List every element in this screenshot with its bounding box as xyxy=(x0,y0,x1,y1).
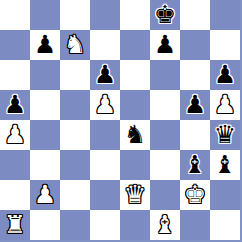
square-c3[interactable] xyxy=(60,150,90,180)
square-e1[interactable] xyxy=(120,210,150,240)
square-d3[interactable] xyxy=(90,150,120,180)
square-f7[interactable]: ♟ xyxy=(150,30,180,60)
square-h1[interactable] xyxy=(210,210,240,240)
white-pawn[interactable]: ♟ xyxy=(4,120,26,150)
square-h6[interactable]: ♟ xyxy=(210,60,240,90)
white-king[interactable]: ♚ xyxy=(184,180,206,210)
square-a3[interactable] xyxy=(0,150,30,180)
chess-board-frame: ♚♟♞♟♟♟♟♟♟♟♟♞♛♝♝♟♛♚♜♝ xyxy=(0,0,242,242)
square-a1[interactable]: ♜ xyxy=(0,210,30,240)
square-h8[interactable] xyxy=(210,0,240,30)
square-f5[interactable] xyxy=(150,90,180,120)
chess-board: ♚♟♞♟♟♟♟♟♟♟♟♞♛♝♝♟♛♚♜♝ xyxy=(0,0,240,240)
square-g5[interactable]: ♟ xyxy=(180,90,210,120)
square-a6[interactable] xyxy=(0,60,30,90)
square-b7[interactable]: ♟ xyxy=(30,30,60,60)
black-pawn[interactable]: ♟ xyxy=(94,60,116,90)
square-f2[interactable] xyxy=(150,180,180,210)
black-knight[interactable]: ♞ xyxy=(124,120,146,150)
square-a2[interactable] xyxy=(0,180,30,210)
black-bishop[interactable]: ♝ xyxy=(184,150,206,180)
black-pawn[interactable]: ♟ xyxy=(214,60,236,90)
square-f3[interactable] xyxy=(150,150,180,180)
square-d8[interactable] xyxy=(90,0,120,30)
square-b1[interactable] xyxy=(30,210,60,240)
square-c5[interactable] xyxy=(60,90,90,120)
square-e4[interactable]: ♞ xyxy=(120,120,150,150)
white-bishop[interactable]: ♝ xyxy=(154,210,176,240)
square-c4[interactable] xyxy=(60,120,90,150)
square-h5[interactable]: ♟ xyxy=(210,90,240,120)
square-h4[interactable]: ♛ xyxy=(210,120,240,150)
square-g4[interactable] xyxy=(180,120,210,150)
square-e2[interactable]: ♛ xyxy=(120,180,150,210)
square-e7[interactable] xyxy=(120,30,150,60)
square-c8[interactable] xyxy=(60,0,90,30)
white-queen[interactable]: ♛ xyxy=(124,180,146,210)
white-pawn[interactable]: ♟ xyxy=(214,90,236,120)
square-g6[interactable] xyxy=(180,60,210,90)
square-b2[interactable]: ♟ xyxy=(30,180,60,210)
black-king[interactable]: ♚ xyxy=(154,0,176,30)
square-d6[interactable]: ♟ xyxy=(90,60,120,90)
black-bishop[interactable]: ♝ xyxy=(214,150,236,180)
square-d4[interactable] xyxy=(90,120,120,150)
square-g2[interactable]: ♚ xyxy=(180,180,210,210)
square-f1[interactable]: ♝ xyxy=(150,210,180,240)
square-g7[interactable] xyxy=(180,30,210,60)
square-d1[interactable] xyxy=(90,210,120,240)
square-d5[interactable]: ♟ xyxy=(90,90,120,120)
square-g8[interactable] xyxy=(180,0,210,30)
square-e5[interactable] xyxy=(120,90,150,120)
square-b8[interactable] xyxy=(30,0,60,30)
square-f6[interactable] xyxy=(150,60,180,90)
square-c2[interactable] xyxy=(60,180,90,210)
black-queen[interactable]: ♛ xyxy=(214,120,236,150)
square-c7[interactable]: ♞ xyxy=(60,30,90,60)
square-a8[interactable] xyxy=(0,0,30,30)
square-e6[interactable] xyxy=(120,60,150,90)
square-d7[interactable] xyxy=(90,30,120,60)
black-pawn[interactable]: ♟ xyxy=(4,90,26,120)
square-e8[interactable] xyxy=(120,0,150,30)
square-a4[interactable]: ♟ xyxy=(0,120,30,150)
square-f4[interactable] xyxy=(150,120,180,150)
square-f8[interactable]: ♚ xyxy=(150,0,180,30)
square-c6[interactable] xyxy=(60,60,90,90)
square-d2[interactable] xyxy=(90,180,120,210)
square-b3[interactable] xyxy=(30,150,60,180)
white-pawn[interactable]: ♟ xyxy=(94,90,116,120)
black-pawn[interactable]: ♟ xyxy=(154,30,176,60)
square-b6[interactable] xyxy=(30,60,60,90)
white-rook[interactable]: ♜ xyxy=(4,210,26,240)
square-b4[interactable] xyxy=(30,120,60,150)
square-h3[interactable]: ♝ xyxy=(210,150,240,180)
square-b5[interactable] xyxy=(30,90,60,120)
square-e3[interactable] xyxy=(120,150,150,180)
square-c1[interactable] xyxy=(60,210,90,240)
square-a5[interactable]: ♟ xyxy=(0,90,30,120)
square-g3[interactable]: ♝ xyxy=(180,150,210,180)
square-a7[interactable] xyxy=(0,30,30,60)
square-h7[interactable] xyxy=(210,30,240,60)
square-g1[interactable] xyxy=(180,210,210,240)
square-h2[interactable] xyxy=(210,180,240,210)
white-knight[interactable]: ♞ xyxy=(64,30,86,60)
black-pawn[interactable]: ♟ xyxy=(34,30,56,60)
black-pawn[interactable]: ♟ xyxy=(184,90,206,120)
white-pawn[interactable]: ♟ xyxy=(34,180,56,210)
